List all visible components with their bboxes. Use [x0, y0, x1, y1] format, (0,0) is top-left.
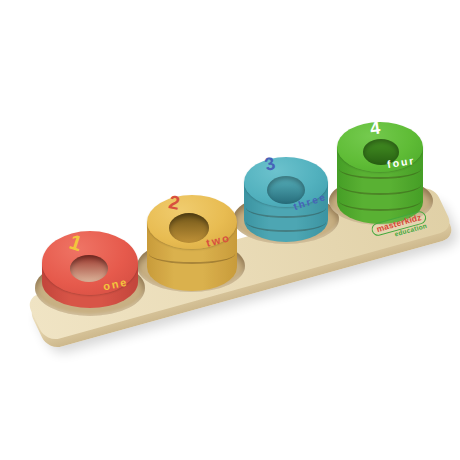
- ring-stack-yellow: 2 two: [147, 195, 237, 335]
- ring-top-face-yellow: 2 two: [147, 195, 237, 249]
- ring-stack-teal: 3 three: [244, 157, 328, 287]
- toy-photo-scene: 1 one 2 two 3 three: [0, 0, 460, 460]
- ring-hole-red: [70, 255, 108, 282]
- ring-separator: [246, 212, 327, 232]
- ring-number-label: 2: [167, 192, 181, 213]
- ring-top-face-red: 1 one: [42, 231, 138, 295]
- ring-stack-green: 4 four: [337, 122, 423, 272]
- ring-hole-yellow: [169, 213, 209, 243]
- ring-top-face-green: 4 four: [337, 122, 423, 172]
- ring-top-face-teal: 3 three: [244, 157, 328, 207]
- ring-number-label: 1: [67, 231, 85, 255]
- ring-number-label: 4: [369, 118, 381, 137]
- ring-number-label: 3: [263, 154, 277, 174]
- ring-stack-red: 1 one: [42, 231, 138, 353]
